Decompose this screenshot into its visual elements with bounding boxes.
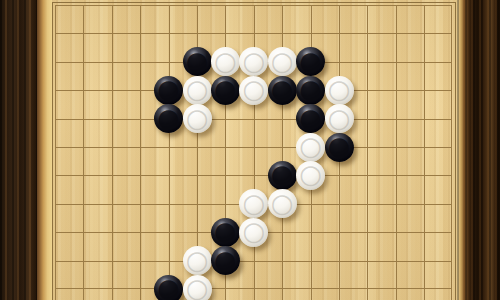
white-stone[interactable]: ○ xyxy=(325,104,354,133)
stone-glyph: ● xyxy=(157,76,180,102)
stone-glyph: ○ xyxy=(214,48,237,74)
black-stone[interactable]: ● xyxy=(154,275,183,300)
stone-glyph: ○ xyxy=(271,48,294,74)
black-stone[interactable]: ● xyxy=(296,47,325,76)
white-stone[interactable]: ○ xyxy=(239,189,268,218)
black-stone[interactable]: ● xyxy=(325,133,354,162)
stone-glyph: ● xyxy=(328,133,351,159)
stone-glyph: ○ xyxy=(299,133,322,159)
stone-glyph: ○ xyxy=(186,76,209,102)
stone-glyph: ● xyxy=(299,76,322,102)
stone-glyph: ○ xyxy=(186,105,209,131)
white-stone[interactable]: ○ xyxy=(239,47,268,76)
stone-glyph: ○ xyxy=(186,275,209,300)
stone-glyph: ● xyxy=(186,48,209,74)
stone-glyph: ● xyxy=(299,48,322,74)
stone-glyph: ○ xyxy=(242,218,265,244)
white-stone[interactable]: ○ xyxy=(183,275,212,300)
stone-glyph: ● xyxy=(214,218,237,244)
stone-glyph: ○ xyxy=(242,76,265,102)
white-stone[interactable]: ○ xyxy=(296,133,325,162)
stone-glyph: ○ xyxy=(186,247,209,273)
black-stone[interactable]: ● xyxy=(183,47,212,76)
stone-glyph: ● xyxy=(214,76,237,102)
stone-glyph: ○ xyxy=(299,161,322,187)
black-stone[interactable]: ● xyxy=(154,76,183,105)
stone-glyph: ● xyxy=(271,76,294,102)
stone-glyph: ● xyxy=(299,105,322,131)
stone-glyph: ● xyxy=(157,105,180,131)
stone-glyph: ○ xyxy=(328,105,351,131)
black-stone[interactable]: ● xyxy=(211,218,240,247)
black-stone[interactable]: ● xyxy=(211,246,240,275)
white-stone[interactable]: ○ xyxy=(325,76,354,105)
go-board-screenshot: ●○○○●●○●○●●○●○●○○●●○○○●○○●●○ xyxy=(0,0,500,300)
black-stone[interactable]: ● xyxy=(268,76,297,105)
stone-glyph: ○ xyxy=(271,190,294,216)
white-stone[interactable]: ○ xyxy=(183,76,212,105)
white-stone[interactable]: ○ xyxy=(183,104,212,133)
white-stone[interactable]: ○ xyxy=(239,76,268,105)
stone-glyph: ● xyxy=(214,247,237,273)
stone-glyph: ○ xyxy=(242,190,265,216)
black-stone[interactable]: ● xyxy=(211,76,240,105)
board-left-edge xyxy=(36,0,52,300)
black-stone[interactable]: ● xyxy=(268,161,297,190)
stone-glyph: ○ xyxy=(328,76,351,102)
right-wood-border xyxy=(457,0,500,300)
stones-layer: ●○○○●●○●○●●○●○●○○●●○○○●○○●●○ xyxy=(0,0,500,300)
left-wood-border xyxy=(0,0,37,300)
black-stone[interactable]: ● xyxy=(154,104,183,133)
black-stone[interactable]: ● xyxy=(296,76,325,105)
black-stone[interactable]: ● xyxy=(296,104,325,133)
white-stone[interactable]: ○ xyxy=(239,218,268,247)
stone-glyph: ● xyxy=(271,161,294,187)
white-stone[interactable]: ○ xyxy=(296,161,325,190)
white-stone[interactable]: ○ xyxy=(268,47,297,76)
stone-glyph: ● xyxy=(157,275,180,300)
white-stone[interactable]: ○ xyxy=(268,189,297,218)
white-stone[interactable]: ○ xyxy=(211,47,240,76)
stone-glyph: ○ xyxy=(242,48,265,74)
white-stone[interactable]: ○ xyxy=(183,246,212,275)
